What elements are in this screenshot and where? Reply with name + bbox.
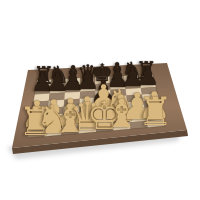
square-c8 bbox=[65, 78, 80, 86]
square-g5 bbox=[126, 95, 143, 103]
square-e2 bbox=[96, 117, 113, 125]
square-b3 bbox=[46, 114, 63, 122]
square-g2 bbox=[129, 114, 147, 122]
square-a8 bbox=[36, 79, 52, 87]
square-g6 bbox=[126, 88, 142, 96]
square-f3 bbox=[112, 109, 129, 117]
square-g3 bbox=[128, 108, 145, 116]
square-g8 bbox=[124, 75, 140, 82]
square-g4 bbox=[127, 101, 144, 109]
square-h7 bbox=[140, 81, 156, 88]
square-b5 bbox=[48, 100, 64, 108]
square-a5 bbox=[32, 101, 49, 109]
square-c5 bbox=[64, 99, 80, 107]
square-a4 bbox=[31, 108, 48, 116]
square-e7 bbox=[95, 83, 110, 91]
square-c2 bbox=[62, 120, 79, 128]
square-d5 bbox=[80, 98, 96, 106]
square-c3 bbox=[63, 113, 80, 121]
square-h3 bbox=[144, 107, 162, 115]
square-d7 bbox=[80, 84, 95, 92]
product-photo: ♜♞♝♛♚♝♞♜♟♟♟♟♟♟♟♟♟♞♟♟♟♟♟♟♟♜♞♝♛♚♝♜ bbox=[0, 0, 200, 200]
square-a6 bbox=[33, 94, 49, 102]
square-f8 bbox=[110, 76, 125, 84]
square-e4 bbox=[96, 103, 112, 111]
chessboard bbox=[0, 0, 200, 200]
square-f2 bbox=[112, 116, 129, 124]
square-d2 bbox=[79, 118, 96, 126]
square-c7 bbox=[65, 85, 80, 93]
square-h8 bbox=[139, 74, 155, 81]
square-e6 bbox=[95, 90, 111, 98]
square-b4 bbox=[47, 107, 64, 115]
square-d4 bbox=[79, 105, 95, 113]
square-e3 bbox=[96, 110, 113, 118]
square-h2 bbox=[145, 113, 163, 121]
square-e5 bbox=[95, 97, 111, 105]
square-f6 bbox=[110, 89, 126, 97]
square-f7 bbox=[110, 82, 126, 90]
square-a3 bbox=[30, 115, 48, 124]
square-h6 bbox=[141, 87, 158, 95]
square-d8 bbox=[80, 77, 95, 85]
square-b2 bbox=[45, 121, 62, 129]
square-a7 bbox=[35, 86, 51, 94]
square-f5 bbox=[111, 96, 127, 104]
square-b8 bbox=[51, 79, 66, 87]
square-h4 bbox=[143, 100, 160, 108]
square-b6 bbox=[49, 93, 65, 101]
square-d3 bbox=[79, 111, 96, 119]
square-e8 bbox=[95, 76, 110, 84]
square-c6 bbox=[64, 92, 80, 100]
square-b7 bbox=[50, 86, 66, 94]
square-d6 bbox=[80, 91, 96, 99]
square-f4 bbox=[111, 102, 128, 110]
square-c4 bbox=[63, 106, 79, 114]
square-g7 bbox=[125, 81, 141, 89]
square-h5 bbox=[142, 94, 159, 102]
